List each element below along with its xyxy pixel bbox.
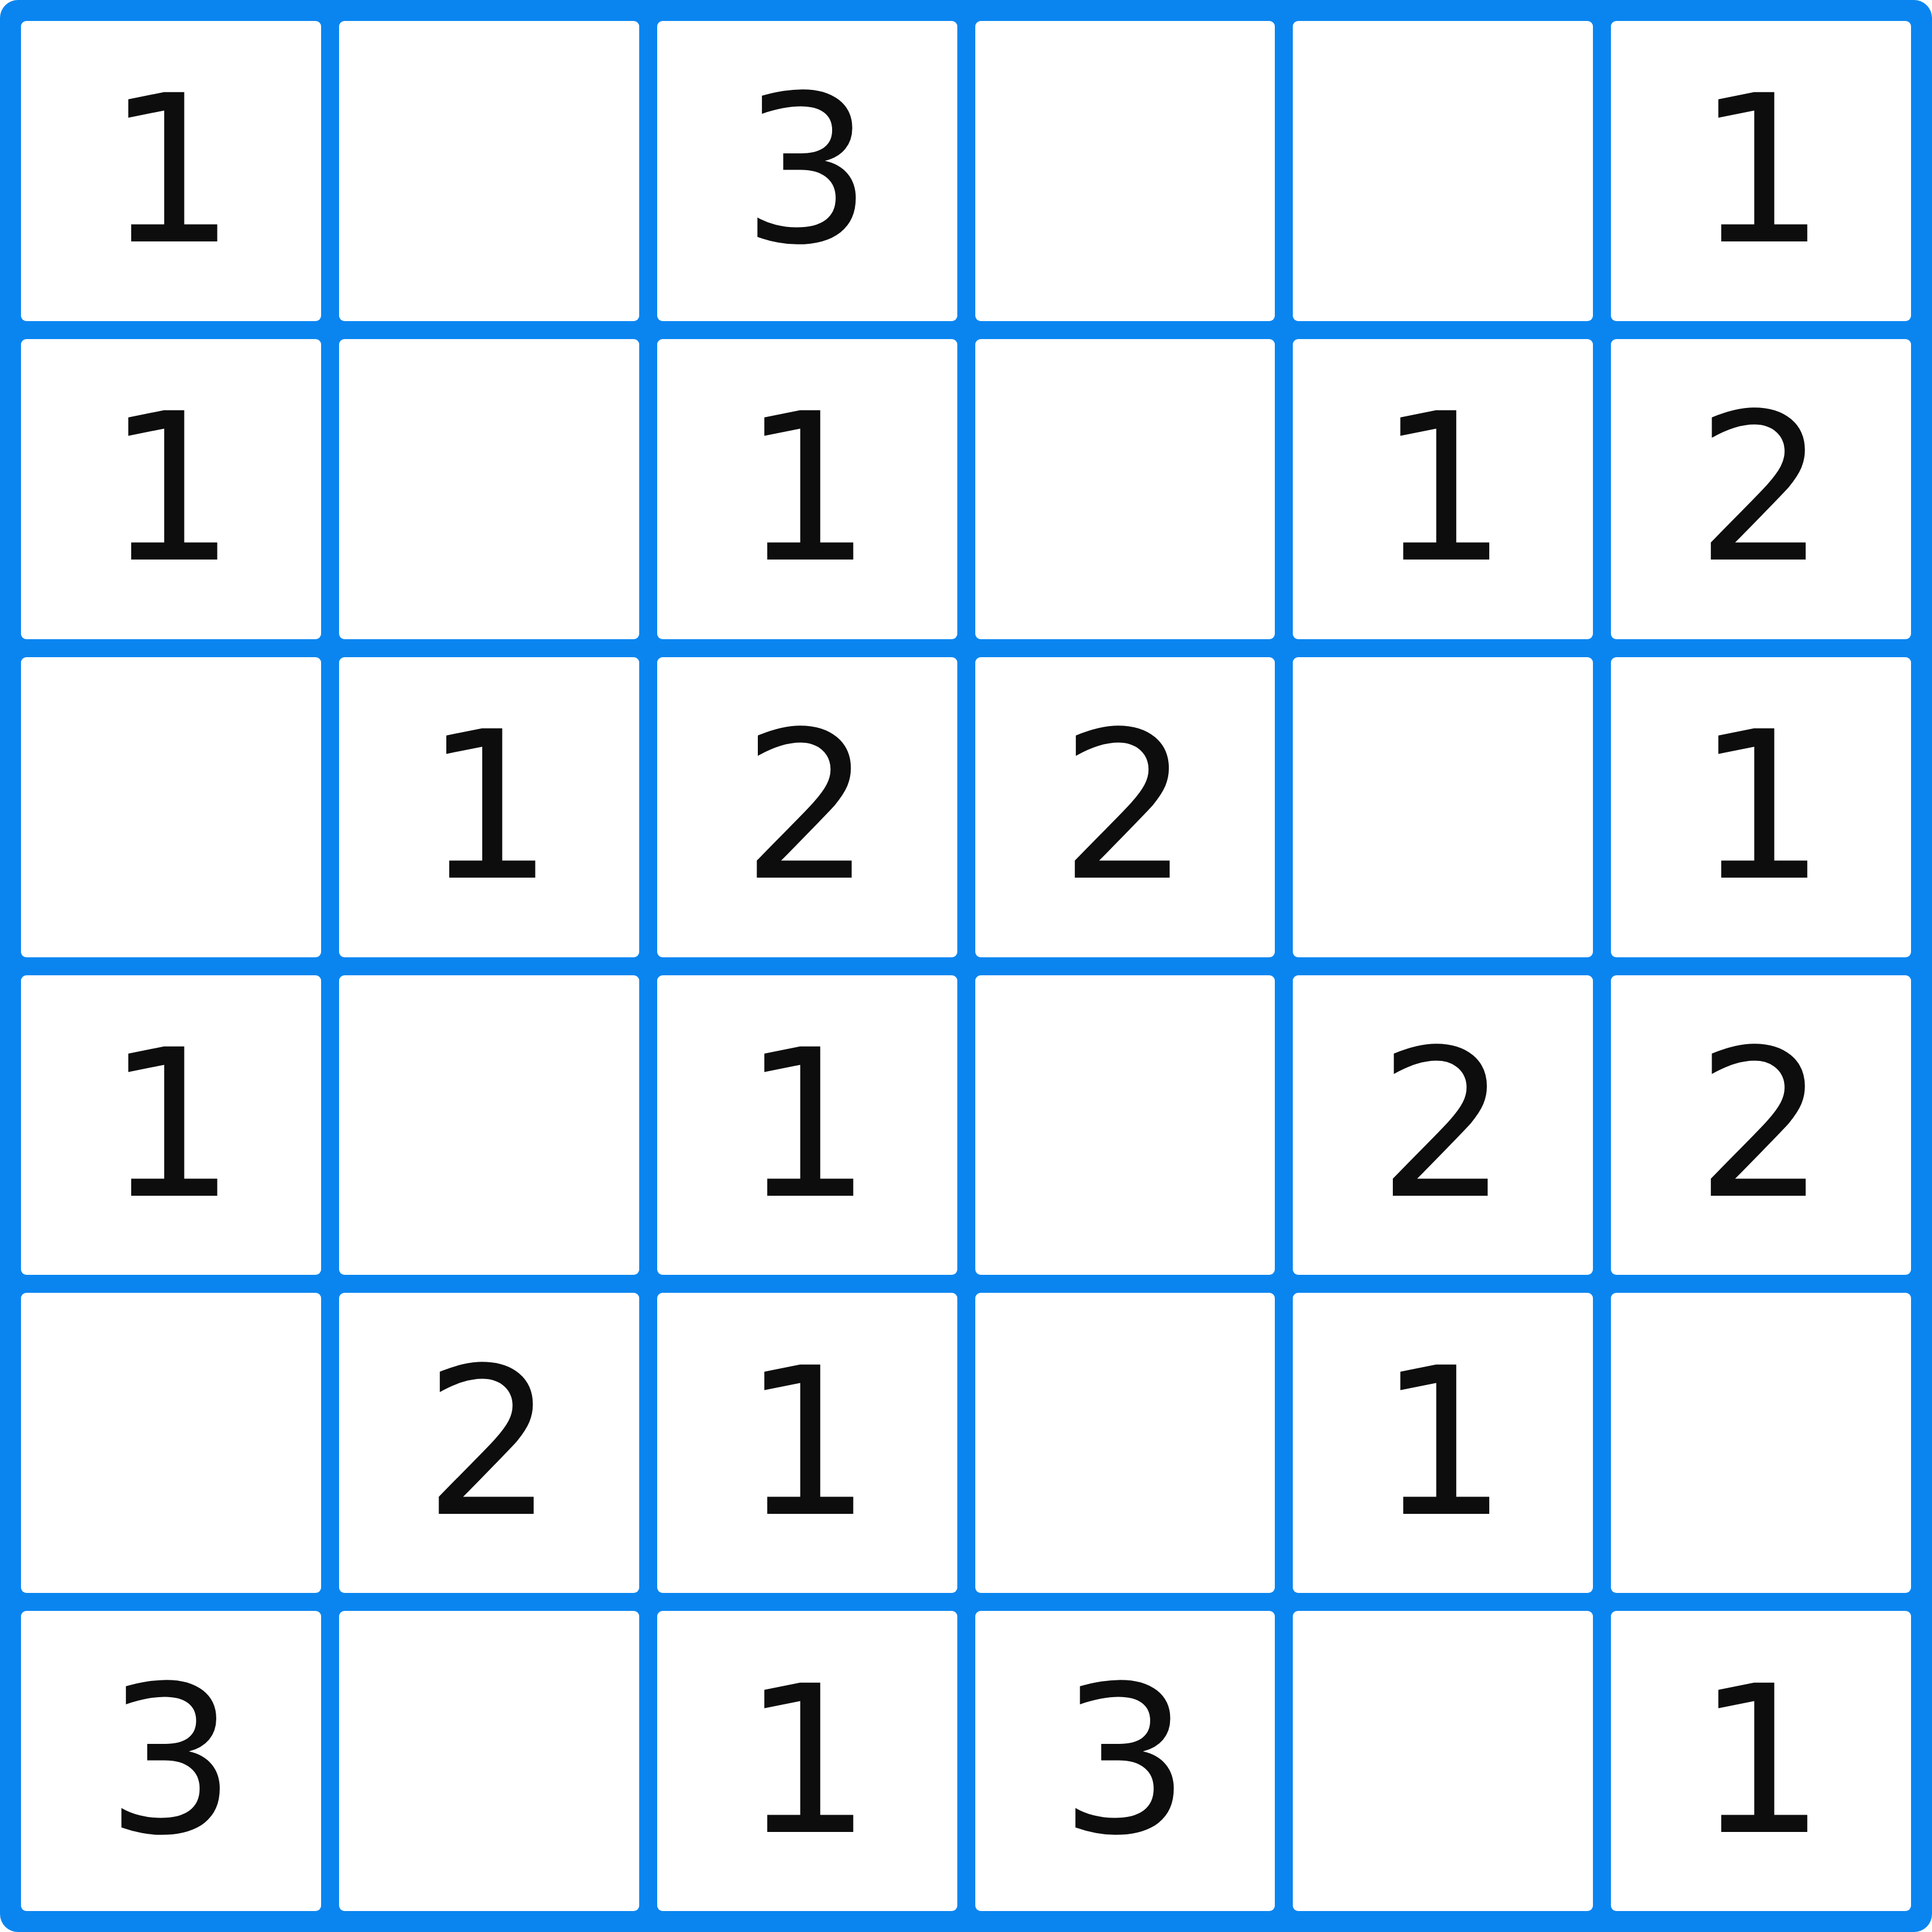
cell-r2c1: 1 — [21, 339, 321, 639]
cell-r5c1[interactable] — [21, 1293, 321, 1593]
cell-r4c1: 1 — [21, 975, 321, 1275]
cell-r6c5[interactable] — [1293, 1611, 1593, 1911]
cell-r3c5[interactable] — [1293, 657, 1593, 957]
minesweeper-board: 1311112122111222113131 — [0, 0, 1932, 1932]
cell-r2c2[interactable] — [339, 339, 639, 639]
cell-r3c6: 1 — [1611, 657, 1911, 957]
cell-r5c2: 2 — [339, 1293, 639, 1593]
cell-r6c1: 3 — [21, 1611, 321, 1911]
cell-r5c3: 1 — [657, 1293, 957, 1593]
cell-r6c2[interactable] — [339, 1611, 639, 1911]
cell-r2c4[interactable] — [975, 339, 1275, 639]
cell-r5c6[interactable] — [1611, 1293, 1911, 1593]
cell-r5c5: 1 — [1293, 1293, 1593, 1593]
cell-r3c1[interactable] — [21, 657, 321, 957]
cell-r6c3: 1 — [657, 1611, 957, 1911]
cell-r1c6: 1 — [1611, 21, 1911, 321]
cell-r4c2[interactable] — [339, 975, 639, 1275]
cell-r1c1: 1 — [21, 21, 321, 321]
cell-r2c5: 1 — [1293, 339, 1593, 639]
cell-r2c3: 1 — [657, 339, 957, 639]
cell-r1c3: 3 — [657, 21, 957, 321]
cell-r4c4[interactable] — [975, 975, 1275, 1275]
cell-r4c3: 1 — [657, 975, 957, 1275]
cell-r6c6: 1 — [1611, 1611, 1911, 1911]
cell-r6c4: 3 — [975, 1611, 1275, 1911]
cell-r5c4[interactable] — [975, 1293, 1275, 1593]
cell-r4c5: 2 — [1293, 975, 1593, 1275]
cell-r4c6: 2 — [1611, 975, 1911, 1275]
cell-r3c2: 1 — [339, 657, 639, 957]
cell-r1c2[interactable] — [339, 21, 639, 321]
cell-r2c6: 2 — [1611, 339, 1911, 639]
cell-r3c3: 2 — [657, 657, 957, 957]
cell-r1c5[interactable] — [1293, 21, 1593, 321]
cell-r3c4: 2 — [975, 657, 1275, 957]
cell-r1c4[interactable] — [975, 21, 1275, 321]
